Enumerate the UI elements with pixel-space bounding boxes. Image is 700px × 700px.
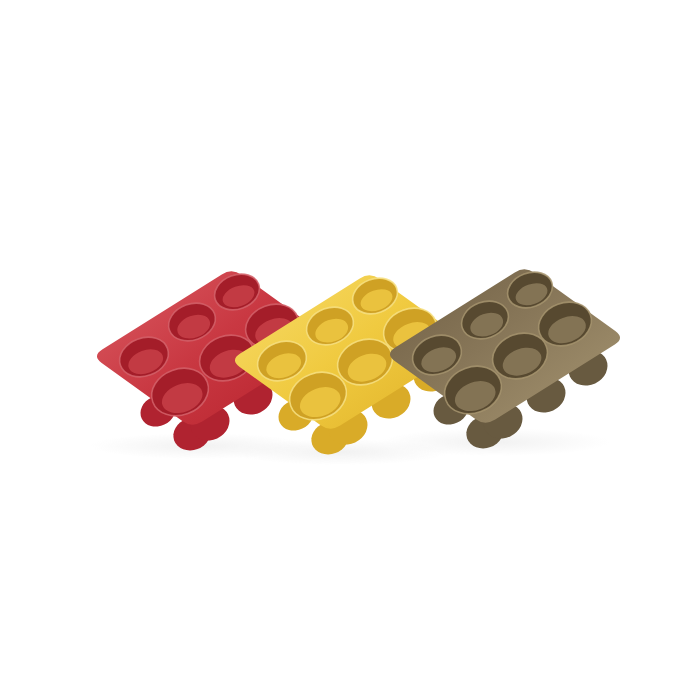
product-photo <box>0 0 700 700</box>
muffin-pan-brown <box>390 266 620 453</box>
product-photo-canvas <box>0 0 700 700</box>
